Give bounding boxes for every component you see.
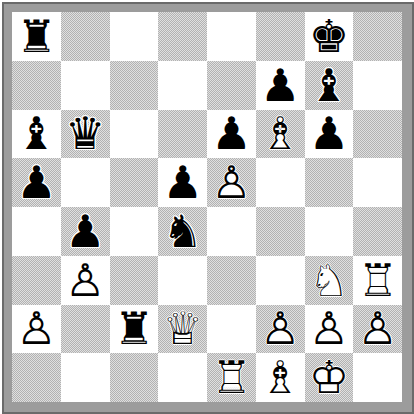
piece-white-pawn[interactable]: ♟♙ <box>353 305 402 354</box>
square-b3[interactable]: ♟♙ <box>61 256 110 305</box>
piece-solid-glyph: ♜ <box>16 14 56 59</box>
piece-white-rook[interactable]: ♜♖ <box>207 353 256 402</box>
piece-white-pawn[interactable]: ♟♙ <box>61 256 110 305</box>
square-c5[interactable] <box>110 158 159 207</box>
piece-white-pawn[interactable]: ♟♙ <box>305 305 354 354</box>
square-h6[interactable] <box>353 110 402 159</box>
square-f7[interactable]: ♟ <box>256 61 305 110</box>
square-c3[interactable] <box>110 256 159 305</box>
square-e6[interactable]: ♟ <box>207 110 256 159</box>
square-c2[interactable]: ♜ <box>110 305 159 354</box>
piece-black-rook[interactable]: ♜ <box>110 305 159 354</box>
chess-diagram-window: ♜♚♟♝♝♛♟♝♗♟♟♟♟♙♟♞♟♙♞♘♜♖♟♙♜♛♕♟♙♟♙♟♙♜♖♝♗♚♔ <box>0 0 414 414</box>
piece-solid-glyph: ♟ <box>65 209 105 254</box>
square-d5[interactable]: ♟ <box>158 158 207 207</box>
piece-white-queen[interactable]: ♛♕ <box>158 305 207 354</box>
piece-black-pawn[interactable]: ♟ <box>158 158 207 207</box>
piece-black-pawn[interactable]: ♟ <box>61 207 110 256</box>
square-c1[interactable] <box>110 353 159 402</box>
square-e5[interactable]: ♟♙ <box>207 158 256 207</box>
piece-black-king[interactable]: ♚ <box>305 12 354 61</box>
square-g5[interactable] <box>305 158 354 207</box>
piece-black-pawn[interactable]: ♟ <box>207 110 256 159</box>
square-e1[interactable]: ♜♖ <box>207 353 256 402</box>
square-c6[interactable] <box>110 110 159 159</box>
piece-outline-glyph: ♘ <box>309 258 349 303</box>
piece-solid-glyph: ♟ <box>260 63 300 108</box>
square-a2[interactable]: ♟♙ <box>12 305 61 354</box>
piece-outline-glyph: ♔ <box>309 355 349 400</box>
square-b2[interactable] <box>61 305 110 354</box>
square-e2[interactable] <box>207 305 256 354</box>
square-a4[interactable] <box>12 207 61 256</box>
square-c4[interactable] <box>110 207 159 256</box>
piece-outline-glyph: ♕ <box>162 306 202 351</box>
square-e7[interactable] <box>207 61 256 110</box>
piece-white-bishop[interactable]: ♝♗ <box>256 110 305 159</box>
square-g4[interactable] <box>305 207 354 256</box>
piece-outline-glyph: ♙ <box>65 258 105 303</box>
piece-outline-glyph: ♖ <box>357 258 397 303</box>
piece-solid-glyph: ♟ <box>211 111 251 156</box>
piece-black-bishop[interactable]: ♝ <box>12 110 61 159</box>
piece-solid-glyph: ♜ <box>114 306 154 351</box>
square-g8[interactable]: ♚ <box>305 12 354 61</box>
square-a6[interactable]: ♝ <box>12 110 61 159</box>
piece-black-bishop[interactable]: ♝ <box>305 61 354 110</box>
piece-outline-glyph: ♙ <box>357 306 397 351</box>
piece-black-pawn[interactable]: ♟ <box>305 110 354 159</box>
square-h4[interactable] <box>353 207 402 256</box>
piece-solid-glyph: ♝ <box>309 63 349 108</box>
piece-solid-glyph: ♞ <box>162 209 202 254</box>
square-b5[interactable] <box>61 158 110 207</box>
square-a1[interactable] <box>12 353 61 402</box>
piece-solid-glyph: ♟ <box>309 111 349 156</box>
square-g3[interactable]: ♞♘ <box>305 256 354 305</box>
square-h8[interactable] <box>353 12 402 61</box>
square-e8[interactable] <box>207 12 256 61</box>
square-d4[interactable]: ♞ <box>158 207 207 256</box>
square-g2[interactable]: ♟♙ <box>305 305 354 354</box>
square-b4[interactable]: ♟ <box>61 207 110 256</box>
piece-black-rook[interactable]: ♜ <box>12 12 61 61</box>
square-f2[interactable]: ♟♙ <box>256 305 305 354</box>
square-a7[interactable] <box>12 61 61 110</box>
square-d3[interactable] <box>158 256 207 305</box>
square-h7[interactable] <box>353 61 402 110</box>
square-d6[interactable] <box>158 110 207 159</box>
piece-white-knight[interactable]: ♞♘ <box>305 256 354 305</box>
square-f6[interactable]: ♝♗ <box>256 110 305 159</box>
square-a5[interactable]: ♟ <box>12 158 61 207</box>
square-b8[interactable] <box>61 12 110 61</box>
piece-solid-glyph: ♟ <box>162 160 202 205</box>
piece-black-knight[interactable]: ♞ <box>158 207 207 256</box>
piece-black-pawn[interactable]: ♟ <box>12 158 61 207</box>
piece-white-pawn[interactable]: ♟♙ <box>256 305 305 354</box>
piece-black-queen[interactable]: ♛ <box>61 110 110 159</box>
square-e4[interactable] <box>207 207 256 256</box>
square-d7[interactable] <box>158 61 207 110</box>
square-h2[interactable]: ♟♙ <box>353 305 402 354</box>
piece-white-pawn[interactable]: ♟♙ <box>207 158 256 207</box>
square-g7[interactable]: ♝ <box>305 61 354 110</box>
piece-white-pawn[interactable]: ♟♙ <box>12 305 61 354</box>
square-h1[interactable] <box>353 353 402 402</box>
square-f4[interactable] <box>256 207 305 256</box>
square-h3[interactable]: ♜♖ <box>353 256 402 305</box>
square-h5[interactable] <box>353 158 402 207</box>
piece-solid-glyph: ♚ <box>309 14 349 59</box>
square-f8[interactable] <box>256 12 305 61</box>
piece-outline-glyph: ♗ <box>260 355 300 400</box>
square-c7[interactable] <box>110 61 159 110</box>
square-g1[interactable]: ♚♔ <box>305 353 354 402</box>
square-b1[interactable] <box>61 353 110 402</box>
square-a8[interactable]: ♜ <box>12 12 61 61</box>
square-d1[interactable] <box>158 353 207 402</box>
piece-outline-glyph: ♗ <box>260 111 300 156</box>
piece-solid-glyph: ♛ <box>65 111 105 156</box>
square-f5[interactable] <box>256 158 305 207</box>
square-d2[interactable]: ♛♕ <box>158 305 207 354</box>
piece-outline-glyph: ♙ <box>309 306 349 351</box>
square-d8[interactable] <box>158 12 207 61</box>
piece-outline-glyph: ♖ <box>211 355 251 400</box>
square-b6[interactable]: ♛ <box>61 110 110 159</box>
piece-outline-glyph: ♙ <box>211 160 251 205</box>
square-a3[interactable] <box>12 256 61 305</box>
piece-black-pawn[interactable]: ♟ <box>256 61 305 110</box>
square-c8[interactable] <box>110 12 159 61</box>
piece-white-bishop[interactable]: ♝♗ <box>256 353 305 402</box>
piece-white-rook[interactable]: ♜♖ <box>353 256 402 305</box>
chess-board: ♜♚♟♝♝♛♟♝♗♟♟♟♟♙♟♞♟♙♞♘♜♖♟♙♜♛♕♟♙♟♙♟♙♜♖♝♗♚♔ <box>12 12 402 402</box>
piece-outline-glyph: ♙ <box>260 306 300 351</box>
piece-outline-glyph: ♙ <box>16 306 56 351</box>
square-f3[interactable] <box>256 256 305 305</box>
piece-solid-glyph: ♝ <box>16 111 56 156</box>
square-e3[interactable] <box>207 256 256 305</box>
square-f1[interactable]: ♝♗ <box>256 353 305 402</box>
square-b7[interactable] <box>61 61 110 110</box>
square-g6[interactable]: ♟ <box>305 110 354 159</box>
piece-solid-glyph: ♟ <box>16 160 56 205</box>
piece-white-king[interactable]: ♚♔ <box>305 353 354 402</box>
